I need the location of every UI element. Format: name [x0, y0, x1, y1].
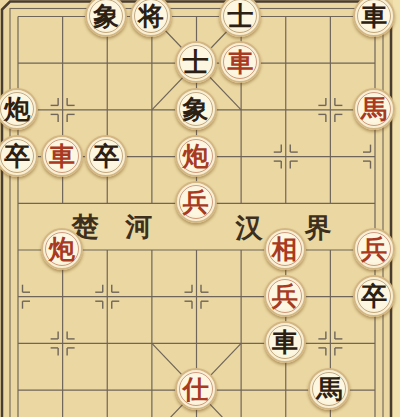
red-soldier-piece[interactable]: 兵 — [353, 228, 395, 270]
xiangqi-board[interactable]: 楚河汉界 象将士車士車炮象馬卒車卒炮兵炮相兵兵卒車仕馬 — [0, 0, 400, 417]
piece-character: 車 — [227, 49, 253, 75]
river-label-char: 界 — [305, 210, 332, 246]
black-advisor-piece[interactable]: 士 — [175, 41, 217, 83]
piece-character: 兵 — [183, 189, 209, 215]
red-chariot-piece[interactable]: 車 — [219, 41, 261, 83]
black-soldier-piece[interactable]: 卒 — [0, 135, 38, 177]
piece-character: 将 — [138, 3, 164, 29]
black-elephant-piece[interactable]: 象 — [175, 88, 217, 130]
red-cannon-piece[interactable]: 炮 — [41, 228, 83, 270]
red-elephant-piece[interactable]: 相 — [264, 228, 306, 270]
red-advisor-piece[interactable]: 仕 — [175, 368, 217, 410]
piece-character: 車 — [272, 329, 298, 355]
river-label-char: 河 — [126, 209, 153, 245]
piece-character: 車 — [361, 3, 387, 29]
piece-character: 相 — [272, 236, 298, 262]
red-soldier-piece[interactable]: 兵 — [264, 275, 306, 317]
black-general-piece[interactable]: 将 — [130, 0, 172, 37]
black-soldier-piece[interactable]: 卒 — [353, 275, 395, 317]
red-horse-piece[interactable]: 馬 — [353, 88, 395, 130]
piece-character: 馬 — [316, 376, 342, 402]
piece-character: 兵 — [361, 236, 387, 262]
piece-character: 卒 — [361, 283, 387, 309]
piece-character: 車 — [49, 143, 75, 169]
red-chariot-piece[interactable]: 車 — [41, 135, 83, 177]
piece-character: 士 — [183, 49, 209, 75]
piece-character: 馬 — [361, 96, 387, 122]
red-soldier-piece[interactable]: 兵 — [175, 181, 217, 223]
piece-character: 士 — [227, 3, 253, 29]
piece-character: 卒 — [4, 143, 30, 169]
piece-character: 象 — [183, 96, 209, 122]
piece-character: 炮 — [4, 96, 30, 122]
piece-character: 象 — [93, 3, 119, 29]
black-soldier-piece[interactable]: 卒 — [85, 135, 127, 177]
piece-character: 卒 — [93, 143, 119, 169]
piece-character: 兵 — [272, 283, 298, 309]
piece-character: 仕 — [183, 376, 209, 402]
red-cannon-piece[interactable]: 炮 — [175, 135, 217, 177]
piece-character: 炮 — [183, 143, 209, 169]
piece-character: 炮 — [49, 236, 75, 262]
river-label-char: 汉 — [236, 210, 263, 246]
black-chariot-piece[interactable]: 車 — [264, 321, 306, 363]
